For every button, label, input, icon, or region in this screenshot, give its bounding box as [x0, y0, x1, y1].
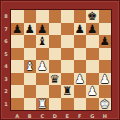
square-d6[interactable] [49, 35, 62, 48]
square-b6[interactable] [24, 35, 37, 48]
black-pawn: ♟ [75, 23, 85, 36]
square-b3[interactable] [24, 73, 37, 86]
square-f6[interactable] [74, 35, 87, 48]
rank-labels: 87654321 [1, 10, 11, 110]
square-d5[interactable] [49, 48, 62, 61]
square-f2[interactable] [74, 85, 87, 98]
square-a5[interactable] [11, 48, 24, 61]
white-rook: ♜ [37, 98, 47, 111]
square-b2[interactable] [24, 85, 37, 98]
square-h4[interactable] [99, 60, 112, 73]
square-c3[interactable] [36, 73, 49, 86]
square-e1[interactable] [61, 98, 74, 111]
square-f1[interactable] [74, 98, 87, 111]
square-d7[interactable] [49, 23, 62, 36]
square-c5[interactable] [36, 48, 49, 61]
square-d2[interactable] [49, 85, 62, 98]
square-g8[interactable]: ♚ [86, 10, 99, 23]
square-b8[interactable] [24, 10, 37, 23]
black-king: ♚ [87, 10, 97, 23]
square-c8[interactable] [36, 10, 49, 23]
square-b1[interactable] [24, 98, 37, 111]
black-pawn: ♟ [25, 23, 35, 36]
square-g1[interactable] [86, 98, 99, 111]
square-e6[interactable] [61, 35, 74, 48]
rank-label-7: 7 [1, 23, 11, 36]
square-a6[interactable] [11, 35, 24, 48]
black-pawn: ♟ [37, 23, 47, 36]
file-label-c: C [36, 113, 49, 119]
square-b5[interactable] [24, 48, 37, 61]
square-c6[interactable]: ♝ [36, 35, 49, 48]
rank-label-5: 5 [1, 48, 11, 61]
white-bishop: ♝ [25, 60, 35, 73]
square-f4[interactable] [74, 60, 87, 73]
rank-label-8: 8 [1, 10, 11, 23]
square-h5[interactable] [99, 48, 112, 61]
square-f7[interactable]: ♟ [74, 23, 87, 36]
square-g3[interactable] [86, 73, 99, 86]
white-pawn: ♟ [37, 60, 47, 73]
black-pawn: ♟ [12, 23, 22, 36]
square-a1[interactable] [11, 98, 24, 111]
rank-label-4: 4 [1, 60, 11, 73]
square-b7[interactable]: ♟ [24, 23, 37, 36]
square-d4[interactable] [49, 60, 62, 73]
square-g4[interactable] [86, 60, 99, 73]
file-label-d: D [49, 113, 62, 119]
square-g5[interactable] [86, 48, 99, 61]
black-pawn: ♟ [100, 35, 110, 48]
square-h6[interactable]: ♟ [99, 35, 112, 48]
file-label-f: F [74, 113, 87, 119]
file-label-h: H [99, 113, 112, 119]
square-a4[interactable] [11, 60, 24, 73]
white-pawn: ♟ [87, 85, 97, 98]
square-d3[interactable]: ♛ [49, 73, 62, 86]
black-pawn: ♟ [87, 23, 97, 36]
square-g7[interactable]: ♟ [86, 23, 99, 36]
square-e4[interactable] [61, 60, 74, 73]
square-g6[interactable] [86, 35, 99, 48]
square-c1[interactable]: ♜ [36, 98, 49, 111]
chess-board[interactable]: ♚♟♟♟♟♟♝♟♝♟♛♟♟♜♟♜♚ [11, 10, 111, 110]
rank-label-2: 2 [1, 85, 11, 98]
square-e5[interactable] [61, 48, 74, 61]
square-c7[interactable]: ♟ [36, 23, 49, 36]
square-f5[interactable] [74, 48, 87, 61]
black-rook: ♜ [62, 85, 72, 98]
square-g2[interactable]: ♟ [86, 85, 99, 98]
square-c4[interactable]: ♟ [36, 60, 49, 73]
file-label-b: B [24, 113, 37, 119]
file-labels: ABCDEFGH [11, 110, 111, 120]
square-a8[interactable] [11, 10, 24, 23]
square-e2[interactable]: ♜ [61, 85, 74, 98]
rank-label-3: 3 [1, 73, 11, 86]
square-d1[interactable] [49, 98, 62, 111]
white-king: ♚ [100, 98, 110, 111]
square-h3[interactable]: ♟ [99, 73, 112, 86]
square-h2[interactable] [99, 85, 112, 98]
square-a3[interactable] [11, 73, 24, 86]
black-bishop: ♝ [37, 35, 47, 48]
file-label-g: G [86, 113, 99, 119]
file-label-a: A [11, 113, 24, 119]
white-pawn: ♟ [75, 73, 85, 86]
chess-board-frame: 87654321 ♚♟♟♟♟♟♝♟♝♟♛♟♟♜♟♜♚ ABCDEFGH [0, 0, 120, 120]
file-label-e: E [61, 113, 74, 119]
square-a2[interactable] [11, 85, 24, 98]
square-a7[interactable]: ♟ [11, 23, 24, 36]
square-f3[interactable]: ♟ [74, 73, 87, 86]
black-queen: ♛ [50, 73, 60, 86]
square-e7[interactable] [61, 23, 74, 36]
square-e8[interactable] [61, 10, 74, 23]
square-c2[interactable] [36, 85, 49, 98]
white-pawn: ♟ [100, 73, 110, 86]
square-h1[interactable]: ♚ [99, 98, 112, 111]
rank-label-6: 6 [1, 35, 11, 48]
rank-label-1: 1 [1, 98, 11, 111]
square-d8[interactable] [49, 10, 62, 23]
square-b4[interactable]: ♝ [24, 60, 37, 73]
square-h8[interactable] [99, 10, 112, 23]
square-e3[interactable] [61, 73, 74, 86]
square-h7[interactable] [99, 23, 112, 36]
square-f8[interactable] [74, 10, 87, 23]
